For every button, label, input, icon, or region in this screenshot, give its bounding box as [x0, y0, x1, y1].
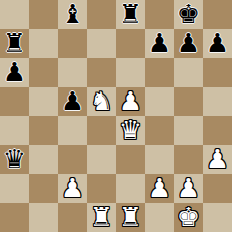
square-g3[interactable]	[174, 145, 203, 174]
square-e8[interactable]: ♜	[116, 0, 145, 29]
square-c5[interactable]: ♟	[58, 87, 87, 116]
square-b7[interactable]	[29, 29, 58, 58]
square-b1[interactable]	[29, 203, 58, 232]
square-f4[interactable]	[145, 116, 174, 145]
square-c8[interactable]: ♝	[58, 0, 87, 29]
square-d6[interactable]	[87, 58, 116, 87]
black-pawn[interactable]: ♟	[177, 29, 200, 58]
white-knight[interactable]: ♞	[90, 87, 113, 116]
white-pawn[interactable]: ♟	[177, 174, 200, 203]
square-a7[interactable]: ♜	[0, 29, 29, 58]
square-c3[interactable]	[58, 145, 87, 174]
white-pawn[interactable]: ♟	[119, 87, 142, 116]
square-c1[interactable]	[58, 203, 87, 232]
black-pawn[interactable]: ♟	[61, 87, 84, 116]
square-b3[interactable]	[29, 145, 58, 174]
black-bishop[interactable]: ♝	[61, 0, 84, 29]
chess-board: ♝♜♚♜♟♟♟♟♟♞♟♛♛♟♟♟♟♜♜♚	[0, 0, 232, 232]
square-e6[interactable]	[116, 58, 145, 87]
square-h2[interactable]	[203, 174, 232, 203]
square-b8[interactable]	[29, 0, 58, 29]
square-d8[interactable]	[87, 0, 116, 29]
square-g1[interactable]: ♚	[174, 203, 203, 232]
white-rook[interactable]: ♜	[90, 203, 113, 232]
white-rook[interactable]: ♜	[119, 203, 142, 232]
square-h8[interactable]	[203, 0, 232, 29]
square-e1[interactable]: ♜	[116, 203, 145, 232]
square-f1[interactable]	[145, 203, 174, 232]
square-e3[interactable]	[116, 145, 145, 174]
square-h6[interactable]	[203, 58, 232, 87]
square-b2[interactable]	[29, 174, 58, 203]
black-pawn[interactable]: ♟	[3, 58, 26, 87]
square-g2[interactable]: ♟	[174, 174, 203, 203]
black-rook[interactable]: ♜	[119, 0, 142, 29]
black-queen[interactable]: ♛	[3, 145, 26, 174]
square-g7[interactable]: ♟	[174, 29, 203, 58]
square-d1[interactable]: ♜	[87, 203, 116, 232]
square-a3[interactable]: ♛	[0, 145, 29, 174]
square-h7[interactable]: ♟	[203, 29, 232, 58]
square-c4[interactable]	[58, 116, 87, 145]
square-e5[interactable]: ♟	[116, 87, 145, 116]
square-a5[interactable]	[0, 87, 29, 116]
square-b4[interactable]	[29, 116, 58, 145]
square-a1[interactable]	[0, 203, 29, 232]
square-d5[interactable]: ♞	[87, 87, 116, 116]
square-f2[interactable]: ♟	[145, 174, 174, 203]
square-c7[interactable]	[58, 29, 87, 58]
white-pawn[interactable]: ♟	[206, 145, 229, 174]
square-f6[interactable]	[145, 58, 174, 87]
square-d7[interactable]	[87, 29, 116, 58]
square-g6[interactable]	[174, 58, 203, 87]
square-e2[interactable]	[116, 174, 145, 203]
square-d3[interactable]	[87, 145, 116, 174]
square-a8[interactable]	[0, 0, 29, 29]
square-f3[interactable]	[145, 145, 174, 174]
white-pawn[interactable]: ♟	[61, 174, 84, 203]
square-h1[interactable]	[203, 203, 232, 232]
square-d2[interactable]	[87, 174, 116, 203]
square-f8[interactable]	[145, 0, 174, 29]
black-king[interactable]: ♚	[177, 0, 200, 29]
square-f7[interactable]: ♟	[145, 29, 174, 58]
square-f5[interactable]	[145, 87, 174, 116]
square-g8[interactable]: ♚	[174, 0, 203, 29]
square-h5[interactable]	[203, 87, 232, 116]
white-queen[interactable]: ♛	[119, 116, 142, 145]
square-g5[interactable]	[174, 87, 203, 116]
square-h3[interactable]: ♟	[203, 145, 232, 174]
square-b5[interactable]	[29, 87, 58, 116]
white-king[interactable]: ♚	[177, 203, 200, 232]
square-g4[interactable]	[174, 116, 203, 145]
black-pawn[interactable]: ♟	[148, 29, 171, 58]
square-b6[interactable]	[29, 58, 58, 87]
black-rook[interactable]: ♜	[3, 29, 26, 58]
square-c2[interactable]: ♟	[58, 174, 87, 203]
square-c6[interactable]	[58, 58, 87, 87]
black-pawn[interactable]: ♟	[206, 29, 229, 58]
white-pawn[interactable]: ♟	[148, 174, 171, 203]
square-e4[interactable]: ♛	[116, 116, 145, 145]
square-a6[interactable]: ♟	[0, 58, 29, 87]
square-a2[interactable]	[0, 174, 29, 203]
square-d4[interactable]	[87, 116, 116, 145]
square-h4[interactable]	[203, 116, 232, 145]
square-e7[interactable]	[116, 29, 145, 58]
square-a4[interactable]	[0, 116, 29, 145]
